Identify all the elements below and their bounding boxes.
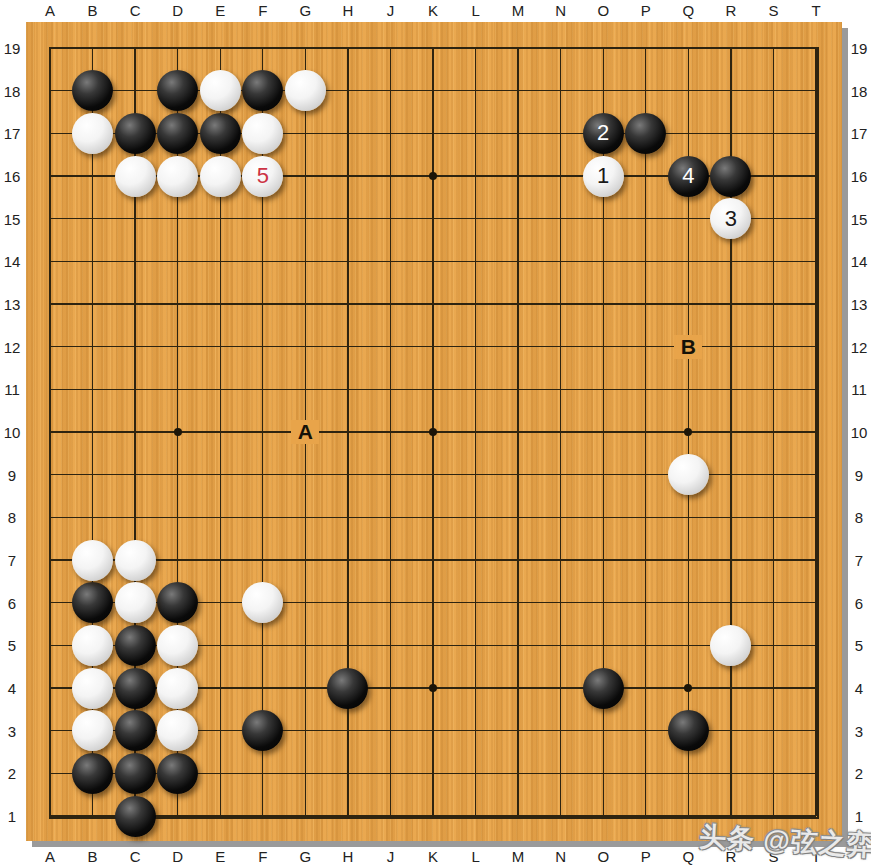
stone-white (242, 582, 283, 623)
coord-label-bottom: A (45, 848, 55, 865)
star-point (684, 428, 692, 436)
coord-label-bottom: F (258, 848, 267, 865)
coord-label-left: 16 (4, 168, 21, 185)
coord-label-bottom: M (512, 848, 525, 865)
coord-label-left: 19 (4, 40, 21, 57)
stone-black (242, 70, 283, 111)
stone-white: 5 (242, 156, 283, 197)
coord-label-top: K (428, 2, 438, 19)
coord-label-right: 17 (851, 125, 868, 142)
stone-black (625, 113, 666, 154)
coord-label-right: 8 (855, 509, 863, 526)
coord-label-right: 12 (851, 338, 868, 355)
stone-black: 2 (583, 113, 624, 154)
stone-black (115, 625, 156, 666)
coord-label-left: 7 (8, 552, 16, 569)
coord-label-top: B (88, 2, 98, 19)
coord-label-bottom: N (555, 848, 566, 865)
star-point (429, 428, 437, 436)
coord-label-right: 5 (855, 637, 863, 654)
coord-label-right: 19 (851, 40, 868, 57)
coord-label-left: 9 (8, 466, 16, 483)
coord-label-bottom: L (471, 848, 479, 865)
coord-label-left: 17 (4, 125, 21, 142)
coord-label-top: H (342, 2, 353, 19)
grid-line-horizontal (50, 815, 816, 816)
stone-black (242, 710, 283, 751)
stone-black (72, 753, 113, 794)
coord-label-right: 13 (851, 296, 868, 313)
coord-label-top: C (130, 2, 141, 19)
move-number: 2 (597, 122, 609, 144)
coord-label-bottom: G (299, 848, 311, 865)
coord-label-left: 10 (4, 424, 21, 441)
stone-white (115, 582, 156, 623)
coord-label-right: 7 (855, 552, 863, 569)
star-point (429, 684, 437, 692)
grid-line-vertical (560, 48, 561, 816)
coord-label-right: 14 (851, 253, 868, 270)
coord-label-left: 15 (4, 210, 21, 227)
coord-label-right: 16 (851, 168, 868, 185)
coord-label-top: N (555, 2, 566, 19)
coord-label-right: 4 (855, 680, 863, 697)
watermark: 头条 @弦之弈 (698, 818, 871, 863)
coord-label-top: S (768, 2, 778, 19)
grid-line-horizontal (50, 559, 816, 560)
coord-label-top: M (512, 2, 525, 19)
stone-white (242, 113, 283, 154)
coord-label-top: R (725, 2, 736, 19)
move-number: 5 (257, 165, 269, 187)
stone-black (115, 668, 156, 709)
coord-label-right: 9 (855, 466, 863, 483)
stone-white (157, 156, 198, 197)
stone-white: 1 (583, 156, 624, 197)
board-letter-annotation: A (291, 420, 319, 444)
coord-label-top: E (215, 2, 225, 19)
stone-white (72, 668, 113, 709)
stone-white (285, 70, 326, 111)
grid-line-vertical (773, 48, 774, 816)
stone-white (72, 625, 113, 666)
coord-label-left: 2 (8, 765, 16, 782)
move-number: 1 (597, 165, 609, 187)
stone-black (72, 70, 113, 111)
move-number: 4 (682, 165, 694, 187)
stone-white (200, 156, 241, 197)
stone-black (157, 113, 198, 154)
coord-label-top: P (641, 2, 651, 19)
coord-label-bottom: E (215, 848, 225, 865)
coord-label-left: 12 (4, 338, 21, 355)
coord-label-left: 13 (4, 296, 21, 313)
go-diagram-page: 24513AB AABBCCDDEEFFGGHHJJKKLLMMNNOOPPQQ… (0, 0, 871, 867)
coord-label-left: 8 (8, 509, 16, 526)
stone-white: 3 (710, 198, 751, 239)
coord-label-bottom: Q (682, 848, 694, 865)
grid-line-vertical (645, 48, 646, 816)
stone-white (72, 710, 113, 751)
coord-label-left: 18 (4, 82, 21, 99)
coord-label-bottom: P (641, 848, 651, 865)
stone-black (668, 710, 709, 751)
coord-label-top: Q (682, 2, 694, 19)
stone-white (115, 156, 156, 197)
star-point (684, 684, 692, 692)
grid-line-vertical (517, 48, 518, 816)
stone-black (157, 753, 198, 794)
stone-white (710, 625, 751, 666)
coord-label-right: 6 (855, 594, 863, 611)
stone-black (710, 156, 751, 197)
move-number: 3 (725, 208, 737, 230)
coord-label-top: F (258, 2, 267, 19)
coord-label-right: 10 (851, 424, 868, 441)
coord-label-right: 1 (855, 808, 863, 825)
coord-label-bottom: O (597, 848, 609, 865)
coord-label-top: J (387, 2, 395, 19)
stone-black (200, 113, 241, 154)
coord-label-top: D (172, 2, 183, 19)
stone-black: 4 (668, 156, 709, 197)
stone-black (327, 668, 368, 709)
stone-white (157, 710, 198, 751)
coord-label-top: T (811, 2, 820, 19)
coord-label-left: 11 (4, 381, 20, 398)
coord-label-right: 11 (851, 381, 867, 398)
stone-black (157, 582, 198, 623)
coord-label-bottom: J (387, 848, 395, 865)
coord-label-left: 1 (8, 808, 16, 825)
coord-label-bottom: H (342, 848, 353, 865)
grid-line-vertical (815, 48, 816, 816)
stone-black (115, 796, 156, 837)
coord-label-bottom: K (428, 848, 438, 865)
star-point (429, 172, 437, 180)
stone-white (157, 668, 198, 709)
coord-label-bottom: C (130, 848, 141, 865)
stone-black (72, 582, 113, 623)
stone-white (72, 540, 113, 581)
coord-label-right: 18 (851, 82, 868, 99)
coord-label-top: A (45, 2, 55, 19)
coord-label-left: 3 (8, 722, 16, 739)
coord-label-right: 3 (855, 722, 863, 739)
board-grid: 24513AB (50, 48, 816, 816)
coord-label-bottom: D (172, 848, 183, 865)
coord-label-left: 4 (8, 680, 16, 697)
coord-label-top: G (299, 2, 311, 19)
coord-label-left: 5 (8, 637, 16, 654)
stone-white (72, 113, 113, 154)
stone-white (668, 454, 709, 495)
stone-white (115, 540, 156, 581)
stone-black (115, 753, 156, 794)
coord-label-left: 6 (8, 594, 16, 611)
star-point (174, 428, 182, 436)
stone-white (157, 625, 198, 666)
coord-label-bottom: B (88, 848, 98, 865)
stone-black (157, 70, 198, 111)
coord-label-top: L (471, 2, 479, 19)
stone-black (115, 113, 156, 154)
coord-label-right: 15 (851, 210, 868, 227)
stone-black (583, 668, 624, 709)
board-letter-annotation: B (674, 335, 702, 359)
grid-line-vertical (475, 48, 476, 816)
grid-line-horizontal (50, 517, 816, 518)
coord-label-right: 2 (855, 765, 863, 782)
go-board: 24513AB (26, 22, 842, 841)
coord-label-left: 14 (4, 253, 21, 270)
stone-black (115, 710, 156, 751)
coord-label-top: O (597, 2, 609, 19)
stone-white (200, 70, 241, 111)
